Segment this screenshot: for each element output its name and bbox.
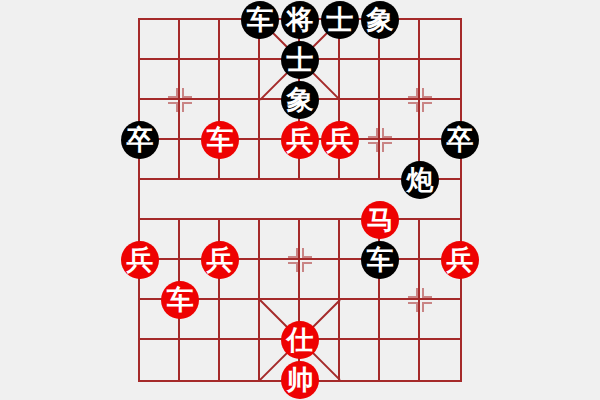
board-cell [380,340,420,380]
board-cell [180,20,220,60]
piece-red-horse[interactable]: 马 [361,201,399,239]
marker-corner [302,262,312,272]
marker-corner [422,288,432,298]
piece-black-soldier[interactable]: 卒 [441,121,479,159]
marker-corner [168,88,178,98]
board-cell [220,180,260,220]
board-cell [300,180,340,220]
board-cell [340,300,380,340]
piece-red-soldier[interactable]: 兵 [281,121,319,159]
board-cell [140,340,180,380]
board-cell [260,180,300,220]
piece-black-general[interactable]: 将 [281,1,319,39]
marker-corner [182,88,192,98]
piece-red-soldier[interactable]: 兵 [441,241,479,279]
point-marker [166,86,194,114]
board-cell [420,20,460,60]
piece-black-chariot[interactable]: 车 [361,241,399,279]
app-background: 车将士象士象卒车兵兵卒炮马兵兵车兵车仕帅 [0,0,600,400]
piece-red-chariot[interactable]: 车 [161,281,199,319]
board-cell [180,180,220,220]
point-marker [286,246,314,274]
piece-black-advisor[interactable]: 士 [321,1,359,39]
board-cell [220,300,260,340]
board-cell [220,60,260,100]
point-marker [366,126,394,154]
board-cell [340,60,380,100]
piece-black-cannon[interactable]: 炮 [401,161,439,199]
point-marker [406,86,434,114]
marker-corner [408,302,418,312]
marker-corner [302,248,312,258]
marker-corner [422,88,432,98]
piece-red-advisor[interactable]: 仕 [281,321,319,359]
xiangqi-board: 车将士象士象卒车兵兵卒炮马兵兵车兵车仕帅 [140,20,460,380]
board-cell [180,340,220,380]
board-cell [220,340,260,380]
marker-corner [288,262,298,272]
piece-black-advisor[interactable]: 士 [281,41,319,79]
board-cell [140,180,180,220]
piece-black-elephant[interactable]: 象 [361,1,399,39]
piece-red-soldier[interactable]: 兵 [201,241,239,279]
marker-corner [168,102,178,112]
marker-corner [182,102,192,112]
marker-corner [422,102,432,112]
piece-red-general[interactable]: 帅 [281,361,319,399]
piece-red-chariot[interactable]: 车 [201,121,239,159]
board-cell [340,340,380,380]
board-cell [140,20,180,60]
piece-red-soldier[interactable]: 兵 [321,121,359,159]
marker-corner [408,288,418,298]
marker-corner [288,248,298,258]
marker-corner [422,302,432,312]
marker-corner [382,128,392,138]
marker-corner [408,88,418,98]
marker-corner [408,102,418,112]
point-marker [406,286,434,314]
marker-corner [368,128,378,138]
piece-black-soldier[interactable]: 卒 [121,121,159,159]
piece-red-soldier[interactable]: 兵 [121,241,159,279]
piece-black-elephant[interactable]: 象 [281,81,319,119]
piece-black-chariot[interactable]: 车 [241,1,279,39]
marker-corner [382,142,392,152]
board-cell [420,340,460,380]
marker-corner [368,142,378,152]
